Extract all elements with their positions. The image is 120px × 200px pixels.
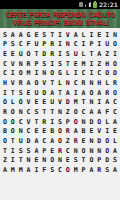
grid-cell[interactable]: E — [32, 127, 40, 137]
grid-cell[interactable]: N — [17, 59, 25, 69]
app-screen: 22:21 CERTEFORZARISPONDOCADUTO VIRUSPRIN… — [0, 0, 120, 200]
grid-cell[interactable]: C — [25, 127, 33, 137]
grid-cell[interactable]: O — [25, 49, 33, 59]
grid-cell[interactable]: B — [48, 127, 56, 137]
grid-cell[interactable]: I — [48, 117, 56, 127]
grid-cell[interactable]: C — [111, 98, 119, 108]
grid-cell[interactable]: I — [9, 146, 17, 156]
grid-cell[interactable]: A — [88, 165, 96, 175]
grid-cell[interactable]: U — [48, 98, 56, 108]
grid-cell[interactable]: R — [56, 146, 64, 156]
grid-cell[interactable]: H — [103, 59, 111, 69]
grid-cell[interactable]: T — [64, 59, 72, 69]
grid-cell[interactable]: T — [88, 49, 96, 59]
grid-cell[interactable]: T — [1, 146, 9, 156]
grid-cell[interactable]: B — [80, 127, 88, 137]
grid-cell[interactable]: L — [80, 49, 88, 59]
grid-cell[interactable]: T — [9, 136, 17, 146]
grid-cell[interactable]: O — [1, 98, 9, 108]
grid-cell[interactable]: I — [32, 165, 40, 175]
grid-cell[interactable]: O — [103, 146, 111, 156]
grid-cell[interactable]: A — [64, 88, 72, 98]
grid-cell[interactable]: T — [56, 88, 64, 98]
grid-cell[interactable]: D — [103, 156, 111, 166]
grid-cell[interactable]: E — [9, 49, 17, 59]
grid-cell[interactable]: Z — [64, 136, 72, 146]
grid-cell[interactable]: N — [64, 78, 72, 88]
grid-cell[interactable]: D — [111, 69, 119, 79]
grid-cell[interactable]: L — [103, 117, 111, 127]
grid-cell[interactable]: N — [56, 107, 64, 117]
grid-cell[interactable]: L — [9, 98, 17, 108]
grid-cell[interactable]: C — [1, 59, 9, 69]
grid-cell[interactable]: U — [72, 49, 80, 59]
grid-cell[interactable]: O — [9, 127, 17, 137]
grid-cell[interactable]: T — [48, 78, 56, 88]
grid-cell[interactable]: R — [64, 127, 72, 137]
grid-cell[interactable]: V — [95, 127, 103, 137]
grid-cell[interactable]: I — [32, 69, 40, 79]
grid-cell[interactable]: C — [56, 165, 64, 175]
grid-cell[interactable]: O — [56, 136, 64, 146]
grid-cell[interactable]: R — [1, 107, 9, 117]
grid-cell[interactable]: D — [25, 136, 33, 146]
grid-cell[interactable]: A — [1, 165, 9, 175]
grid-cell[interactable]: F — [103, 107, 111, 117]
grid-cell[interactable]: O — [80, 146, 88, 156]
grid-cell[interactable]: G — [56, 69, 64, 79]
grid-cell[interactable]: A — [95, 88, 103, 98]
grid-cell[interactable]: I — [88, 30, 96, 40]
grid-cell[interactable]: I — [88, 59, 96, 69]
grid-cell[interactable]: T — [32, 117, 40, 127]
grid-cell[interactable]: C — [80, 107, 88, 117]
grid-cell[interactable]: L — [56, 78, 64, 88]
grid-cell[interactable]: Z — [95, 59, 103, 69]
grid-cell[interactable]: O — [48, 156, 56, 166]
grid-cell[interactable]: A — [88, 107, 96, 117]
grid-cell[interactable]: Z — [1, 156, 9, 166]
status-time: 22:21 — [99, 0, 118, 9]
grid-cell[interactable]: F — [40, 165, 48, 175]
grid-cell[interactable]: T — [9, 88, 17, 98]
word-to-find: CADUTO — [89, 11, 115, 19]
grid-cell[interactable]: I — [56, 49, 64, 59]
grid-cell[interactable]: P — [40, 40, 48, 50]
grid-cell[interactable]: I — [1, 88, 9, 98]
grid-cell[interactable]: I — [88, 69, 96, 79]
grid-cell[interactable]: C — [40, 136, 48, 146]
grid-cell[interactable]: E — [25, 88, 33, 98]
status-bar: 22:21 — [0, 0, 120, 9]
grid-cell[interactable]: E — [32, 30, 40, 40]
grid-cell[interactable]: P — [95, 156, 103, 166]
grid-cell[interactable]: C — [72, 40, 80, 50]
grid-cell[interactable]: L — [103, 78, 111, 88]
grid-cell[interactable]: D — [40, 49, 48, 59]
grid-cell[interactable]: O — [17, 69, 25, 79]
grid-cell[interactable]: N — [88, 146, 96, 156]
grid-cell[interactable]: N — [72, 146, 80, 156]
grid-cell[interactable]: T — [48, 30, 56, 40]
grid-cell[interactable]: F — [25, 40, 33, 50]
grid-cell[interactable]: E — [1, 49, 9, 59]
grid-cell[interactable]: P — [1, 40, 9, 50]
grid-cell[interactable]: Z — [64, 107, 72, 117]
grid-cell[interactable]: M — [72, 165, 80, 175]
grid-cell[interactable]: S — [48, 165, 56, 175]
grid-cell[interactable]: A — [17, 30, 25, 40]
grid-cell[interactable]: I — [56, 30, 64, 40]
grid-cell[interactable]: I — [56, 40, 64, 50]
grid-cell[interactable]: O — [1, 117, 9, 127]
empty-footer — [0, 176, 120, 200]
grid-cell[interactable]: C — [64, 146, 72, 156]
grid-cell[interactable]: E — [40, 98, 48, 108]
grid-cell[interactable]: S — [40, 59, 48, 69]
grid-cell[interactable]: R — [95, 165, 103, 175]
grid-cell[interactable]: U — [17, 49, 25, 59]
word-list-line-2: VIRUSPRINCIPISUONISTIVALI — [12, 19, 108, 27]
grid-cell[interactable]: R — [40, 117, 48, 127]
grid-cell[interactable]: H — [95, 78, 103, 88]
grid-cell[interactable]: O — [88, 88, 96, 98]
grid-cell[interactable]: R — [48, 49, 56, 59]
grid-cell[interactable]: I — [80, 40, 88, 50]
grid-cell[interactable]: S — [64, 49, 72, 59]
grid-cell[interactable]: S — [17, 146, 25, 156]
grid-cell[interactable]: C — [17, 117, 25, 127]
grid-cell[interactable]: P — [88, 40, 96, 50]
grid-cell[interactable]: M — [17, 165, 25, 175]
grid-cell[interactable]: E — [95, 30, 103, 40]
grid-cell[interactable]: A — [48, 136, 56, 146]
grid-cell[interactable]: D — [64, 98, 72, 108]
grid-cell[interactable]: C — [17, 40, 25, 50]
grid-cell[interactable]: I — [9, 69, 17, 79]
grid-cell[interactable]: D — [95, 136, 103, 146]
grid-cell[interactable]: N — [88, 78, 96, 88]
grid-cell[interactable]: C — [111, 107, 119, 117]
battery-icon — [93, 2, 97, 8]
grid-cell[interactable]: O — [103, 136, 111, 146]
grid-cell[interactable]: N — [95, 146, 103, 156]
grid-cell[interactable]: E — [40, 127, 48, 137]
grid-cell[interactable]: N — [25, 156, 33, 166]
grid-cell[interactable]: A — [48, 88, 56, 98]
grid-cell[interactable]: O — [9, 107, 17, 117]
grid-cell[interactable]: R — [48, 40, 56, 50]
grid-cell[interactable]: O — [40, 88, 48, 98]
grid-cell[interactable]: S — [56, 117, 64, 127]
grid-cell[interactable]: P — [40, 146, 48, 156]
grid-cell[interactable]: N — [40, 69, 48, 79]
grid-cell[interactable]: S — [17, 88, 25, 98]
grid-cell[interactable]: U — [32, 88, 40, 98]
grid-cell[interactable]: N — [111, 30, 119, 40]
grid-cell[interactable]: E — [32, 156, 40, 166]
grid-cell[interactable]: O — [32, 78, 40, 88]
grid-cell[interactable]: N — [88, 98, 96, 108]
grid-cell[interactable]: C — [25, 107, 33, 117]
grid-cell[interactable]: A — [72, 30, 80, 40]
grid-cell[interactable]: U — [17, 136, 25, 146]
grid-cell[interactable]: U — [103, 40, 111, 50]
grid-cell[interactable]: A — [25, 165, 33, 175]
grid-cell[interactable]: V — [56, 98, 64, 108]
grid-cell[interactable]: N — [64, 40, 72, 50]
grid-cell[interactable]: V — [40, 78, 48, 88]
grid-cell[interactable]: V — [64, 30, 72, 40]
grid-cell[interactable]: S — [32, 107, 40, 117]
grid-cell[interactable]: I — [48, 59, 56, 69]
grid-cell[interactable]: A — [9, 30, 17, 40]
grid-cell[interactable]: V — [25, 98, 33, 108]
grid-cell[interactable]: A — [95, 49, 103, 59]
grid-cell[interactable]: T — [32, 49, 40, 59]
grid-cell[interactable]: O — [88, 156, 96, 166]
grid-cell[interactable]: Z — [103, 49, 111, 59]
sdcard-icon — [79, 2, 83, 7]
grid-cell[interactable]: E — [88, 127, 96, 137]
grid-cell[interactable]: L — [64, 69, 72, 79]
grid-cell[interactable]: T — [48, 107, 56, 117]
grid-cell[interactable]: O — [9, 117, 17, 127]
grid-cell[interactable]: N — [17, 107, 25, 117]
grid-cell[interactable]: S — [1, 30, 9, 40]
grid-cell[interactable]: L — [80, 30, 88, 40]
grid-cell[interactable]: R — [25, 59, 33, 69]
grid-cell[interactable]: E — [32, 98, 40, 108]
grid-cell[interactable]: P — [32, 59, 40, 69]
grid-cell[interactable]: M — [80, 59, 88, 69]
word-to-find: CERTE — [5, 11, 26, 19]
word-to-find: VIRUS — [12, 19, 31, 27]
grid-cell[interactable]: S — [56, 59, 64, 69]
grid-cell[interactable]: O — [103, 69, 111, 79]
grid-cell[interactable]: E — [111, 127, 119, 137]
grid-cell[interactable]: S — [72, 156, 80, 166]
grid-cell[interactable]: L — [111, 136, 119, 146]
grid-cell[interactable]: E — [48, 146, 56, 156]
grid-cell[interactable]: A — [103, 98, 111, 108]
grid-cell[interactable]: A — [95, 107, 103, 117]
grid-cell[interactable]: T — [80, 156, 88, 166]
grid-cell[interactable]: O — [111, 40, 119, 50]
grid-cell[interactable]: I — [9, 156, 17, 166]
grid-cell[interactable]: B — [1, 127, 9, 137]
grid-cell[interactable]: E — [72, 59, 80, 69]
grid-cell[interactable]: I — [103, 30, 111, 40]
grid-cell[interactable]: I — [95, 40, 103, 50]
grid-cell[interactable]: O — [56, 127, 64, 137]
signal-icon — [85, 2, 91, 7]
word-to-find: SUONI — [63, 19, 82, 27]
grid-cell[interactable]: O — [95, 117, 103, 127]
grid-cell[interactable]: I — [72, 69, 80, 79]
grid-cell[interactable]: A — [111, 117, 119, 127]
word-list: CERTEFORZARISPONDOCADUTO VIRUSPRINCIPISU… — [0, 9, 120, 28]
grid-cell[interactable]: U — [32, 40, 40, 50]
grid-cell[interactable]: S — [103, 165, 111, 175]
grid-cell[interactable]: P — [64, 117, 72, 127]
grid-cell[interactable]: R — [72, 136, 80, 146]
word-to-find: RISPONDO — [53, 11, 86, 19]
grid-cell[interactable]: C — [95, 69, 103, 79]
grid-cell[interactable]: C — [1, 69, 9, 79]
grid-cell[interactable]: R — [103, 88, 111, 98]
grid-cell[interactable]: V — [9, 78, 17, 88]
grid-cell[interactable]: O — [72, 107, 80, 117]
grid-cell[interactable]: I — [95, 98, 103, 108]
grid-cell[interactable]: O — [64, 165, 72, 175]
grid-cell[interactable]: O — [48, 69, 56, 79]
grid-cell[interactable]: O — [111, 59, 119, 69]
grid-cell[interactable]: M — [9, 165, 17, 175]
grid-cell[interactable]: N — [88, 136, 96, 146]
grid-cell[interactable]: O — [72, 117, 80, 127]
grid-cell[interactable]: A — [72, 127, 80, 137]
grid-cell[interactable]: D — [88, 117, 96, 127]
grid-cell[interactable]: A — [111, 165, 119, 175]
grid-cell[interactable]: V — [25, 117, 33, 127]
grid-cell[interactable]: O — [1, 136, 9, 146]
grid-cell[interactable]: A — [111, 146, 119, 156]
grid-cell[interactable]: T — [80, 98, 88, 108]
grid-cell[interactable]: S — [25, 146, 33, 156]
grid-cell[interactable]: I — [103, 127, 111, 137]
grid-cell[interactable]: M — [72, 98, 80, 108]
grid-cell[interactable]: P — [80, 165, 88, 175]
grid-cell[interactable]: T — [40, 107, 48, 117]
grid-cell[interactable]: A — [25, 78, 33, 88]
grid-cell[interactable]: H — [1, 78, 9, 88]
grid-cell[interactable]: C — [72, 78, 80, 88]
grid-cell[interactable]: I — [111, 49, 119, 59]
grid-cell[interactable]: R — [111, 78, 119, 88]
grid-cell[interactable]: E — [80, 136, 88, 146]
word-to-find: FORZA — [29, 11, 50, 19]
grid-cell[interactable]: I — [72, 88, 80, 98]
word-list-line-1: CERTEFORZARISPONDOCADUTO — [5, 11, 114, 19]
grid-cell[interactable]: M — [25, 69, 33, 79]
grid-cell[interactable]: O — [17, 98, 25, 108]
grid-cell[interactable]: A — [32, 136, 40, 146]
grid-cell[interactable]: C — [80, 69, 88, 79]
grid-cell[interactable]: S — [111, 156, 119, 166]
grid-cell[interactable]: V — [9, 59, 17, 69]
grid-cell[interactable]: E — [64, 156, 72, 166]
grid-cell[interactable]: A — [80, 88, 88, 98]
grid-cell[interactable]: N — [80, 117, 88, 127]
grid-cell[interactable]: N — [17, 127, 25, 137]
puzzle-grid: SAAGESTIVALIEINPSCFUPRINCIPIUOEEUOTDRISU… — [0, 28, 120, 176]
grid-cell[interactable]: T — [17, 156, 25, 166]
grid-cell[interactable]: N — [56, 156, 64, 166]
grid-cell[interactable]: N — [40, 156, 48, 166]
grid-cell[interactable]: S — [40, 30, 48, 40]
grid-cell[interactable]: O — [111, 88, 119, 98]
grid-cell[interactable]: S — [9, 40, 17, 50]
grid-cell[interactable]: R — [80, 78, 88, 88]
grid-cell[interactable]: G — [25, 30, 33, 40]
word-to-find: PRINCIPI — [34, 19, 60, 27]
grid-cell[interactable]: R — [17, 78, 25, 88]
word-to-find: STIVALI — [85, 19, 108, 27]
grid-cell[interactable]: A — [32, 146, 40, 156]
